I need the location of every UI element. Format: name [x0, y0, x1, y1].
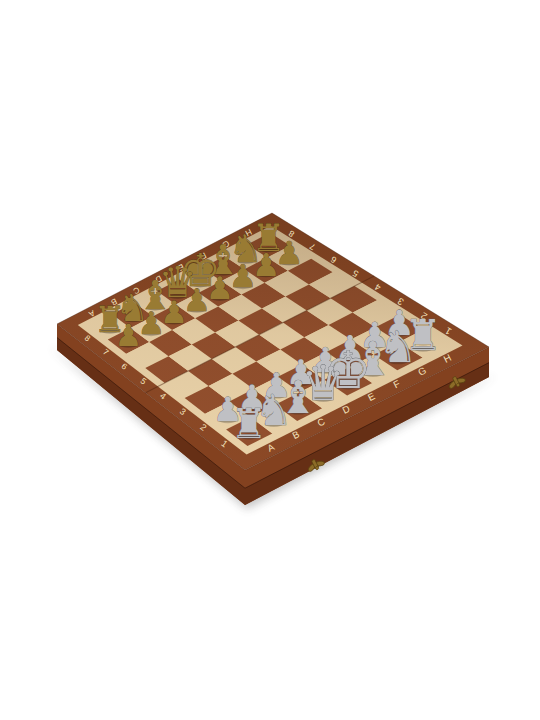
piece-white-rook-a1: ♜	[231, 400, 268, 448]
svg-text:♜: ♜	[231, 400, 268, 448]
chess-set-product-photo: AABBCCDDEEFFGGHH1122334455667788♜♞♟♝♟♚♟♛…	[0, 0, 540, 720]
svg-text:♟: ♟	[115, 318, 142, 353]
piece-black-pawn-a7: ♟	[115, 318, 142, 353]
chessboard-photo: AABBCCDDEEFFGGHH1122334455667788♜♞♟♝♟♚♟♛…	[0, 0, 540, 720]
